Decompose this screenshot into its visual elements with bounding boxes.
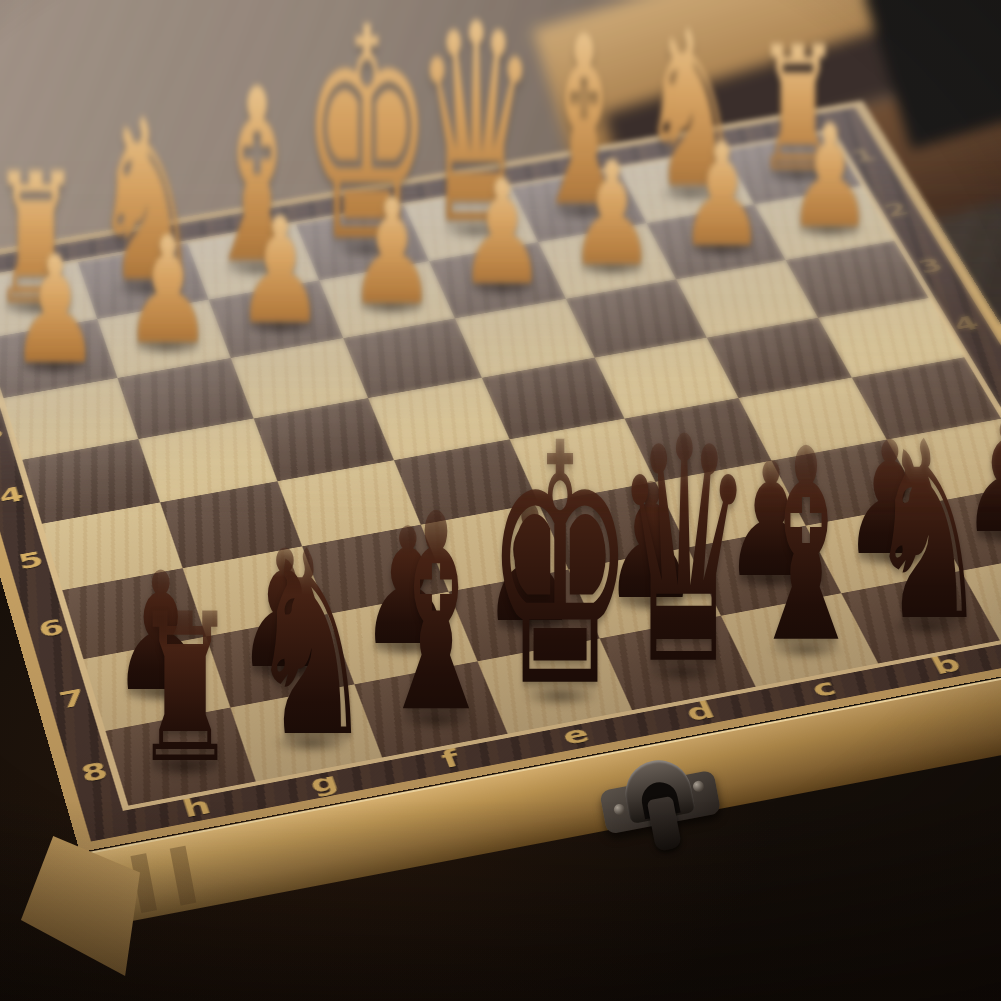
- scene: hgfedcba123456781234 ♜♞♝♟♛♟♚♟♝♟♞♟♜♟♟♟♟♟♟…: [0, 0, 1001, 1001]
- clasp-latch: [588, 747, 735, 874]
